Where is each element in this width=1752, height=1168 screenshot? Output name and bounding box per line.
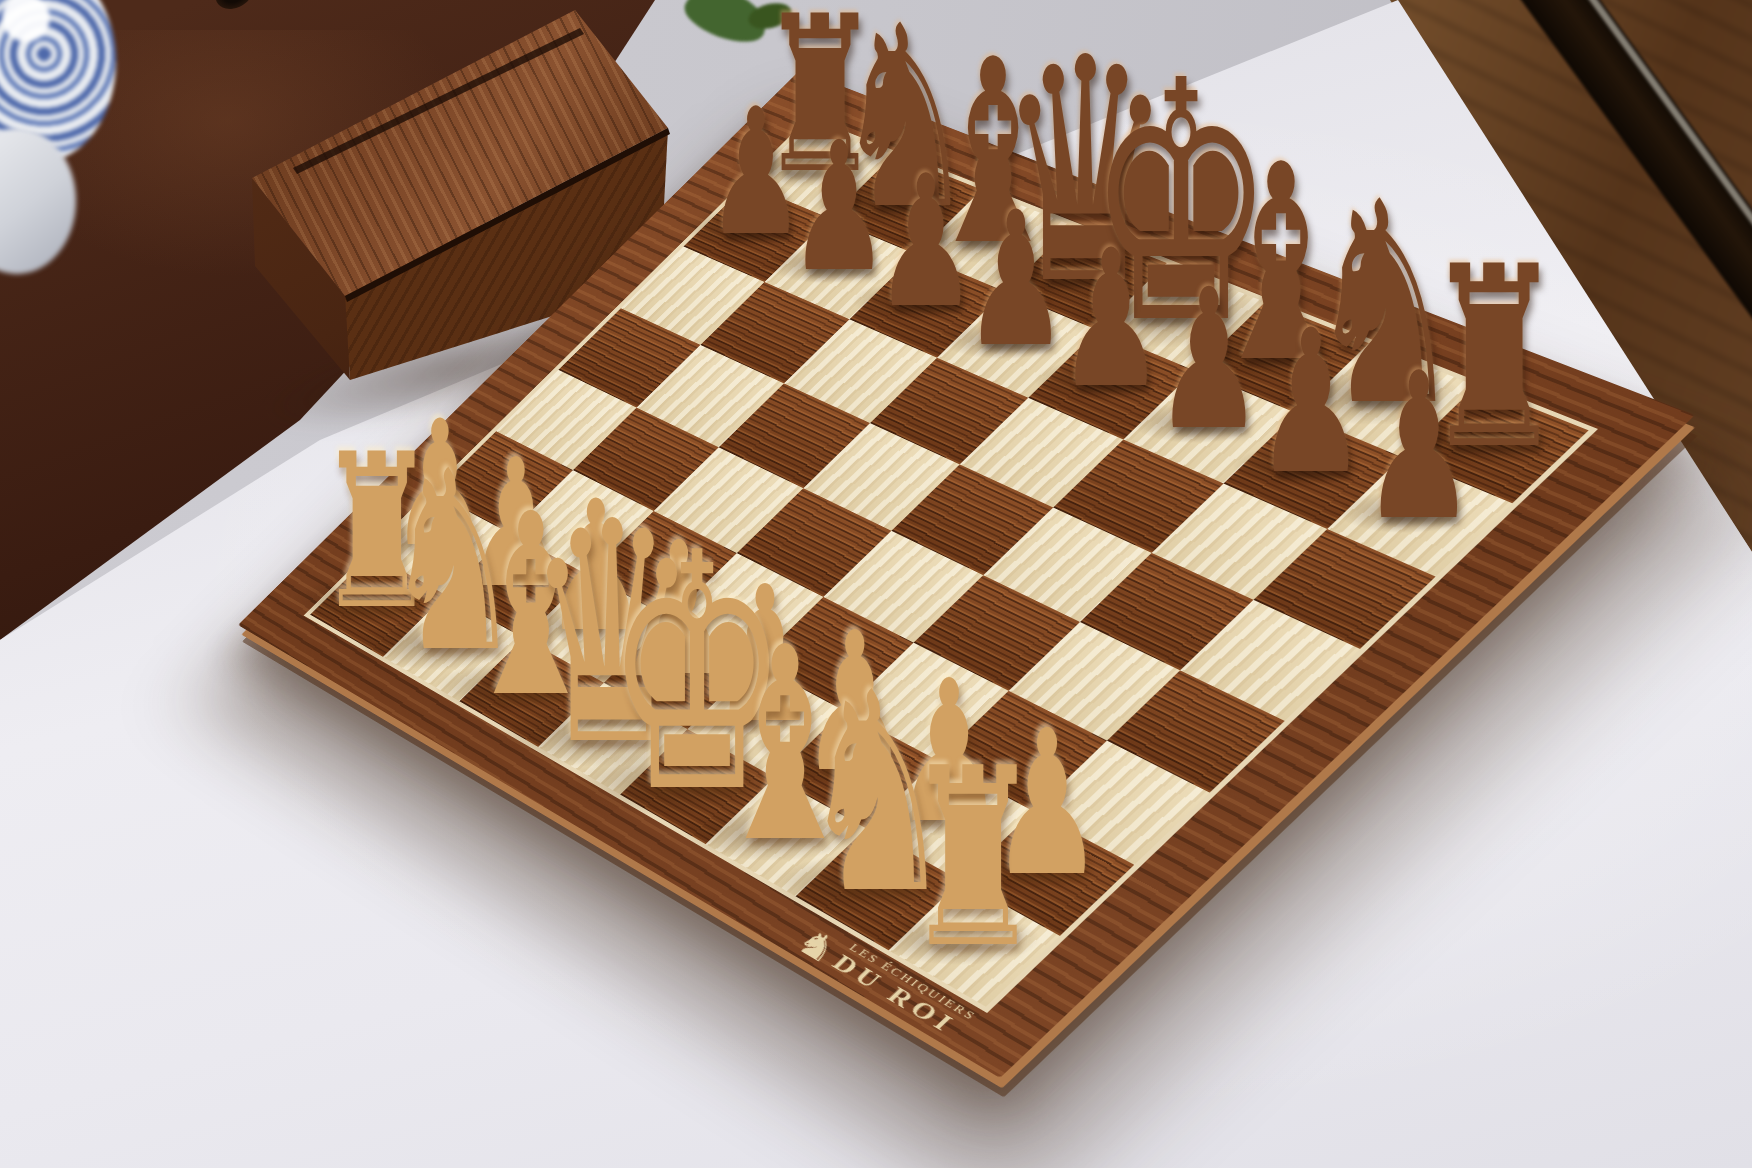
piece-black-pawn[interactable]: ♟ <box>1293 346 1545 548</box>
pieces-layer: ♜♞♝♛♚♝♞♜♟♟♟♟♟♟♟♟♟♟♟♟♟♟♟♟♜♞♝♛♚♝♞♜ <box>0 0 1752 1168</box>
scene: ♞ LES ÉCHIQUIERS DU ROI ♜♞♝♛♚♝♞♜♟♟♟♟♟♟♟♟… <box>0 0 1752 1168</box>
piece-white-rook[interactable]: ♜ <box>847 736 1099 982</box>
